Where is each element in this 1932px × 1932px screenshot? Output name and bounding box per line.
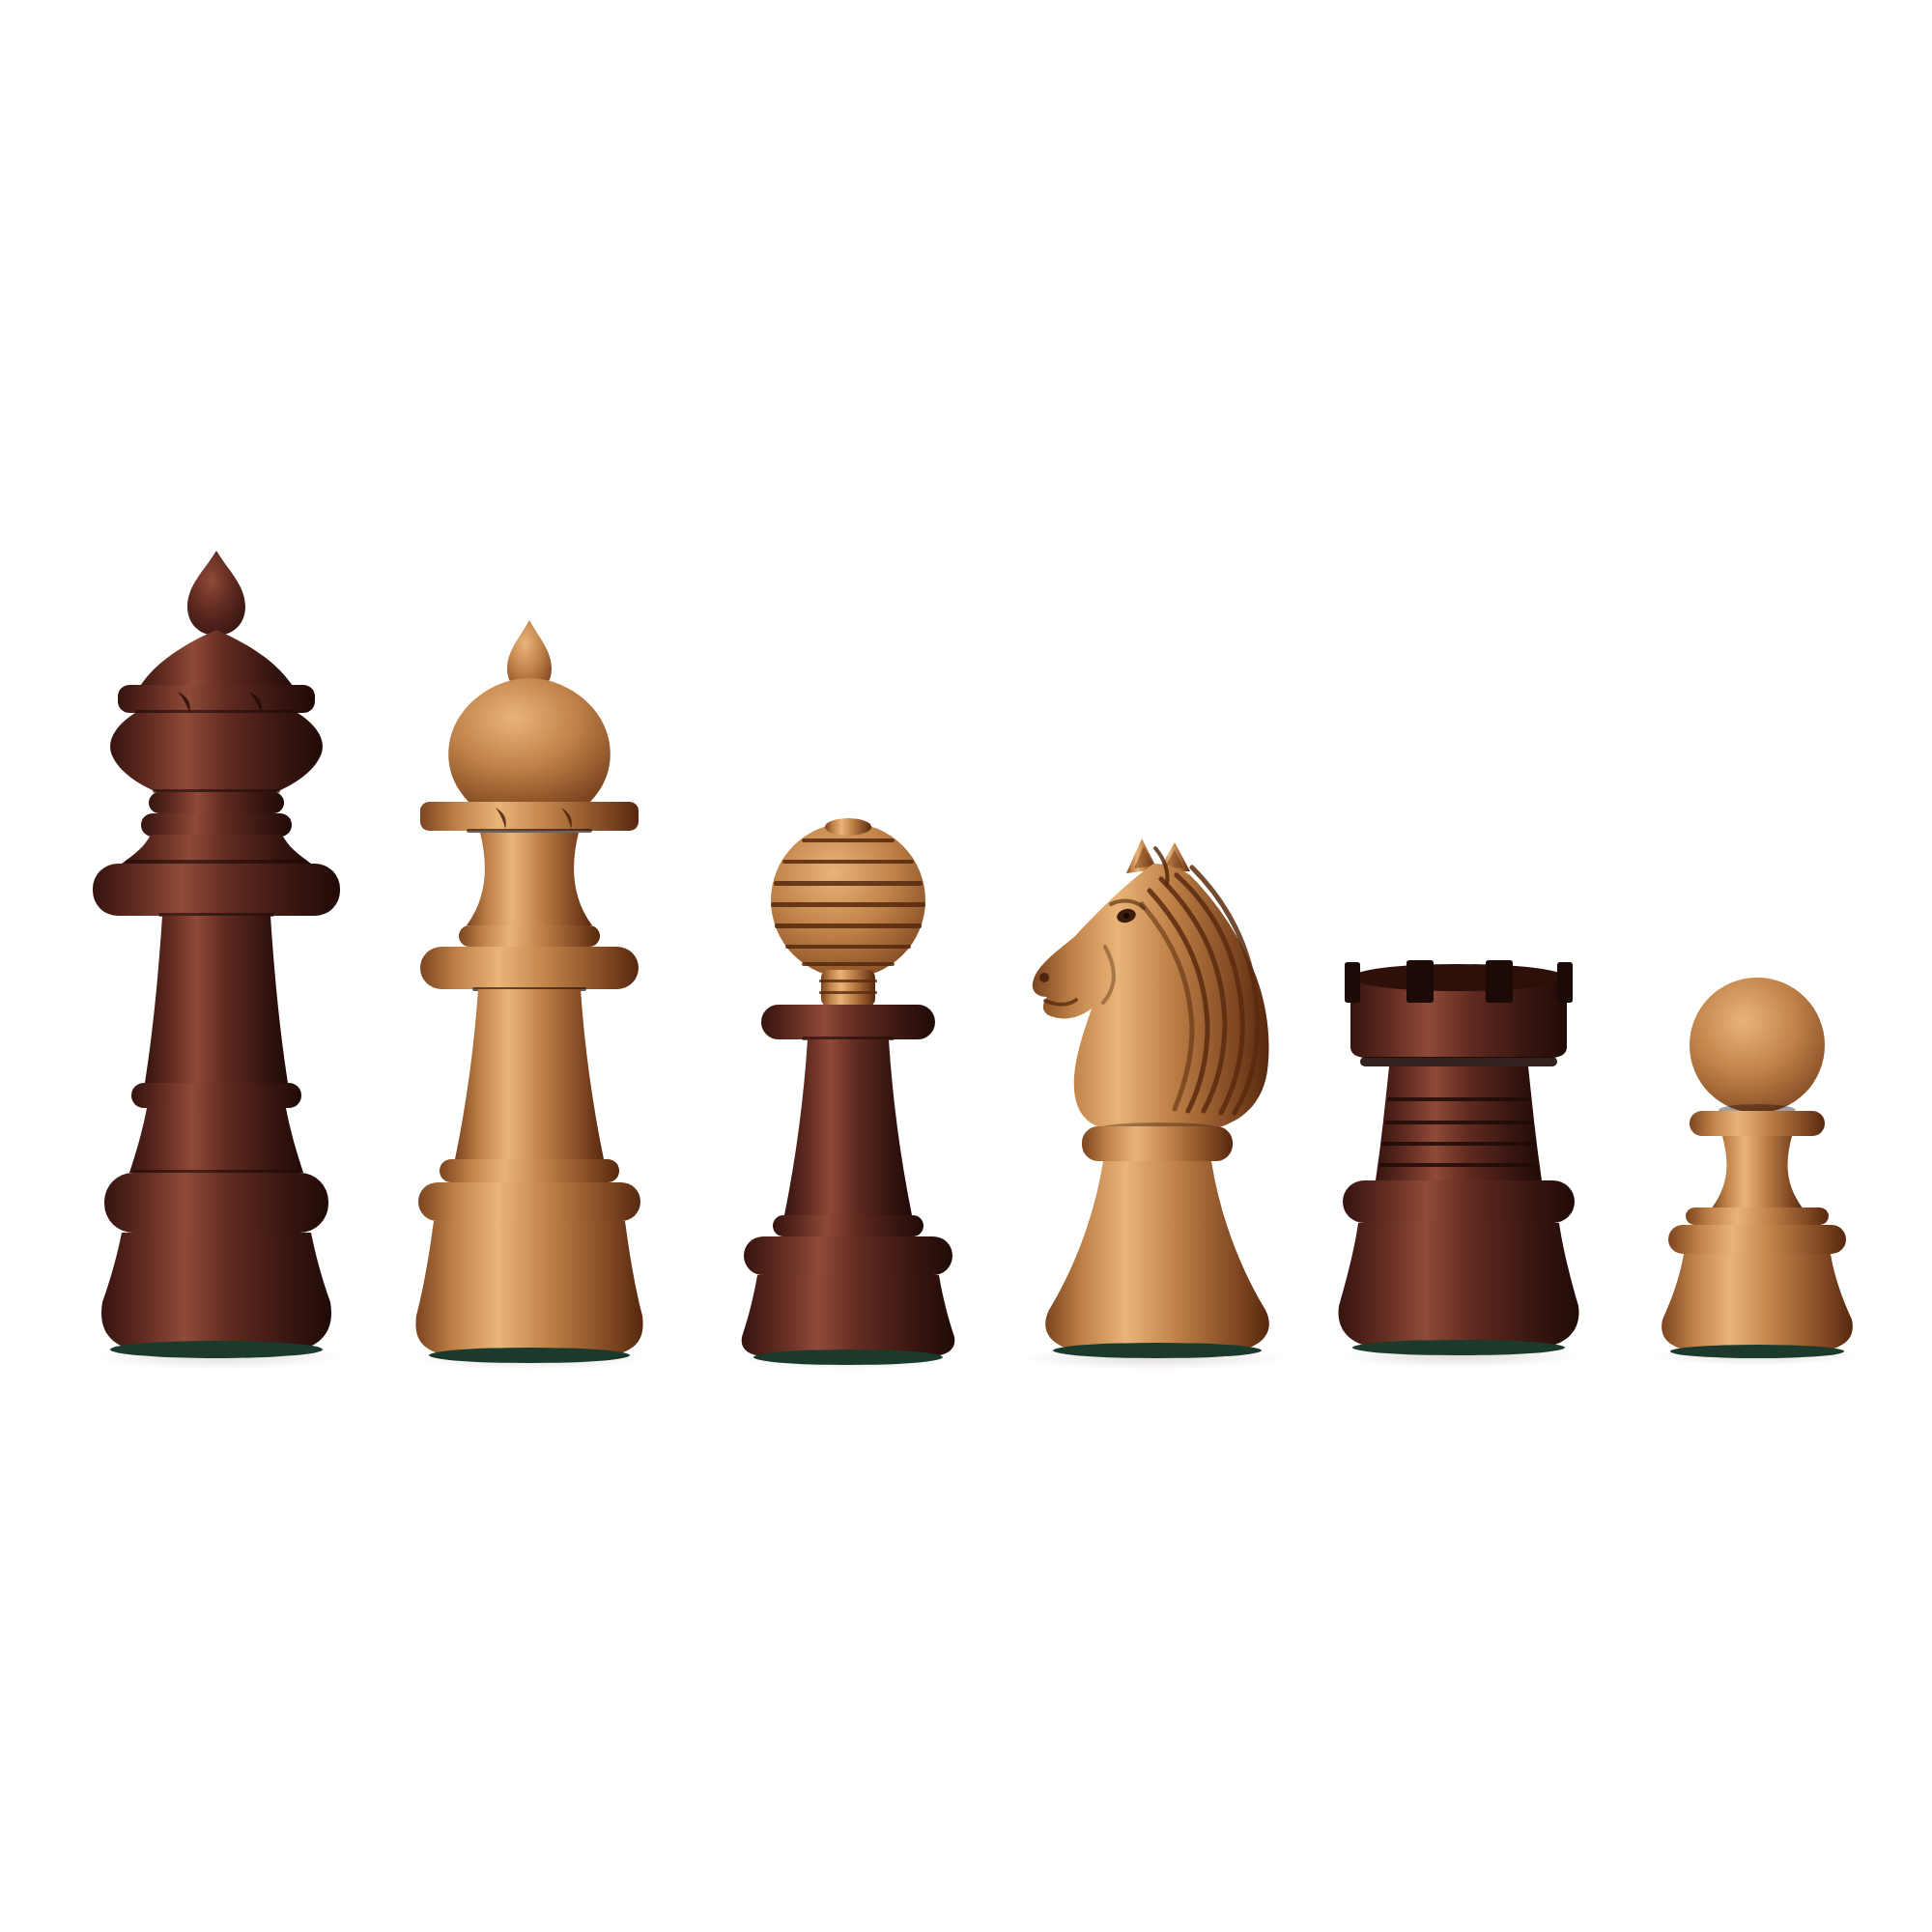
king-crown-rim <box>118 685 315 713</box>
queen-dome <box>448 678 611 804</box>
bishop-piece <box>736 817 960 1368</box>
bishop-beehive-ball <box>771 823 925 978</box>
king-ogee <box>122 835 311 864</box>
pawn-cushion-torus <box>1668 1225 1846 1254</box>
king-disc-torus <box>93 864 340 916</box>
pawn-piece-illustration <box>1645 972 1867 1362</box>
king-cushion <box>110 713 323 792</box>
rook-base-torus <box>1343 1180 1575 1223</box>
knight-felt <box>1053 1343 1262 1358</box>
rook-turret-top <box>1350 964 1567 991</box>
king-ring-1 <box>149 792 284 813</box>
bishop-neck-groove-2 <box>819 991 877 994</box>
rook-piece <box>1331 956 1586 1360</box>
queen-ledge-ring <box>440 1159 619 1182</box>
pawn-ring <box>1686 1207 1829 1225</box>
pawn-piece <box>1645 972 1867 1362</box>
queen-crease-1 <box>467 829 592 833</box>
bishop-base-torus <box>744 1236 952 1275</box>
queen-foot <box>415 1221 642 1354</box>
queen-base-torus <box>418 1182 640 1221</box>
rook-foot <box>1339 1223 1579 1347</box>
knight-piece <box>1012 831 1293 1360</box>
bishop-felt <box>753 1350 943 1365</box>
queen-bell-body <box>455 989 604 1159</box>
rook-piece-illustration <box>1331 956 1586 1360</box>
queen-piece-illustration <box>409 618 650 1368</box>
knight-pedestal-collar <box>1082 1126 1233 1161</box>
knight-eye-pupil <box>1123 913 1129 919</box>
king-finial <box>187 551 245 636</box>
bishop-body <box>784 1039 912 1215</box>
bishop-foot <box>742 1275 955 1356</box>
pawn-foot <box>1662 1254 1853 1350</box>
rook-felt <box>1352 1340 1565 1355</box>
bishop-beehive-neck <box>821 970 875 1007</box>
queen-piece <box>409 618 650 1368</box>
king-ring-2 <box>141 813 292 837</box>
bishop-neck-groove-1 <box>819 980 877 982</box>
king-upper-body <box>145 916 288 1083</box>
queen-coronet <box>420 802 639 831</box>
bishop-piece-illustration <box>736 817 960 1368</box>
king-piece-illustration <box>89 547 344 1368</box>
queen-torus <box>420 947 639 989</box>
pawn-felt <box>1670 1345 1844 1358</box>
king-base-torus <box>104 1173 328 1233</box>
rook-under-turret-groove <box>1360 1057 1557 1066</box>
king-mid-ring <box>131 1083 301 1108</box>
pawn-ball <box>1690 978 1825 1113</box>
queen-neck <box>467 833 592 925</box>
knight-bell-base <box>1045 1161 1269 1350</box>
pawn-collar-ring <box>1690 1111 1825 1136</box>
pawn-stem <box>1711 1136 1804 1209</box>
bishop-beehive-top <box>825 818 871 836</box>
queen-collar-ring <box>459 925 600 947</box>
photo-stage <box>0 0 1932 1932</box>
knight-nostril <box>1039 973 1049 982</box>
queen-felt <box>429 1348 630 1363</box>
bishop-collar-disc <box>761 1005 935 1039</box>
king-lower-body <box>129 1108 303 1173</box>
king-crease-3 <box>126 860 307 864</box>
king-piece <box>89 547 344 1368</box>
knight-piece-illustration <box>1012 831 1293 1360</box>
bishop-ring <box>773 1215 923 1236</box>
